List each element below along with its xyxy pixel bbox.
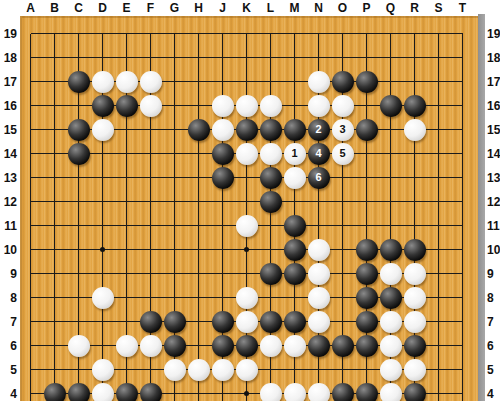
stone-black-L12[interactable]: [260, 191, 282, 213]
col-label-G: G: [166, 1, 184, 15]
row-label-right-4: 4: [487, 386, 500, 401]
row-label-right-16: 16: [487, 98, 500, 114]
stone-white-L6[interactable]: [260, 335, 282, 357]
stone-black-N6[interactable]: [308, 335, 330, 357]
stone-black-Q16[interactable]: [380, 95, 402, 117]
stone-black-G7[interactable]: [164, 311, 186, 333]
stone-white-L16[interactable]: [260, 95, 282, 117]
row-label-left-12: 12: [0, 194, 17, 210]
stone-white-Q7[interactable]: [380, 311, 402, 333]
row-label-left-17: 17: [0, 74, 17, 90]
row-label-right-9: 9: [487, 266, 500, 282]
stone-black-M15[interactable]: [284, 119, 306, 141]
stone-white-E6[interactable]: [116, 335, 138, 357]
stone-white-K14[interactable]: [236, 143, 258, 165]
stone-white-K7[interactable]: [236, 311, 258, 333]
move-number-label: 2: [315, 124, 321, 135]
stone-white-O15[interactable]: 3: [332, 119, 354, 141]
stone-white-D8[interactable]: [92, 287, 114, 309]
row-label-right-11: 11: [487, 218, 500, 234]
col-label-H: H: [190, 1, 208, 15]
move-number-label: 4: [315, 148, 321, 159]
stone-black-D16[interactable]: [92, 95, 114, 117]
row-label-right-13: 13: [487, 170, 500, 186]
stone-black-R6[interactable]: [404, 335, 426, 357]
stone-black-F7[interactable]: [140, 311, 162, 333]
stone-white-L14[interactable]: [260, 143, 282, 165]
stone-white-N8[interactable]: [308, 287, 330, 309]
row-label-left-6: 6: [0, 338, 17, 354]
stone-white-F6[interactable]: [140, 335, 162, 357]
stone-black-J7[interactable]: [212, 311, 234, 333]
stone-black-O17[interactable]: [332, 71, 354, 93]
stone-black-R16[interactable]: [404, 95, 426, 117]
stone-white-Q5[interactable]: [380, 359, 402, 381]
stone-black-H15[interactable]: [188, 119, 210, 141]
row-label-left-4: 4: [0, 386, 17, 401]
col-label-K: K: [238, 1, 256, 15]
move-number-label: 5: [339, 148, 345, 159]
col-label-S: S: [430, 1, 448, 15]
row-label-left-11: 11: [0, 218, 17, 234]
move-number-label: 6: [315, 172, 321, 183]
col-label-R: R: [406, 1, 424, 15]
col-label-D: D: [94, 1, 112, 15]
stone-black-L13[interactable]: [260, 167, 282, 189]
stone-black-F4[interactable]: [140, 383, 162, 401]
stone-black-E16[interactable]: [116, 95, 138, 117]
stone-black-B4[interactable]: [44, 383, 66, 401]
row-label-left-18: 18: [0, 50, 17, 66]
stone-black-P10[interactable]: [356, 239, 378, 261]
row-label-right-17: 17: [487, 74, 500, 90]
stone-white-C6[interactable]: [68, 335, 90, 357]
stone-black-P8[interactable]: [356, 287, 378, 309]
stone-black-J13[interactable]: [212, 167, 234, 189]
row-label-right-18: 18: [487, 50, 500, 66]
row-label-right-7: 7: [487, 314, 500, 330]
row-label-left-19: 19: [0, 26, 17, 42]
stone-white-J5[interactable]: [212, 359, 234, 381]
stone-white-E17[interactable]: [116, 71, 138, 93]
stone-white-N7[interactable]: [308, 311, 330, 333]
stone-black-P15[interactable]: [356, 119, 378, 141]
stone-black-O6[interactable]: [332, 335, 354, 357]
col-label-C: C: [70, 1, 88, 15]
stone-black-Q10[interactable]: [380, 239, 402, 261]
stone-white-M6[interactable]: [284, 335, 306, 357]
row-label-left-10: 10: [0, 242, 17, 258]
row-label-left-9: 9: [0, 266, 17, 282]
stone-white-K16[interactable]: [236, 95, 258, 117]
stone-white-M14[interactable]: 1: [284, 143, 306, 165]
row-label-left-16: 16: [0, 98, 17, 114]
stone-white-L4[interactable]: [260, 383, 282, 401]
stone-white-R5[interactable]: [404, 359, 426, 381]
row-label-left-8: 8: [0, 290, 17, 306]
col-label-B: B: [46, 1, 64, 15]
stone-white-M4[interactable]: [284, 383, 306, 401]
stone-black-O4[interactable]: [332, 383, 354, 401]
stone-white-N16[interactable]: [308, 95, 330, 117]
stone-black-Q8[interactable]: [380, 287, 402, 309]
col-label-E: E: [118, 1, 136, 15]
stone-black-P9[interactable]: [356, 263, 378, 285]
stone-black-C14[interactable]: [68, 143, 90, 165]
stone-white-D5[interactable]: [92, 359, 114, 381]
stone-white-J15[interactable]: [212, 119, 234, 141]
stone-white-K11[interactable]: [236, 215, 258, 237]
stone-black-M10[interactable]: [284, 239, 306, 261]
stone-black-C4[interactable]: [68, 383, 90, 401]
row-label-left-5: 5: [0, 362, 17, 378]
row-label-right-6: 6: [487, 338, 500, 354]
stone-black-L7[interactable]: [260, 311, 282, 333]
stone-black-J6[interactable]: [212, 335, 234, 357]
stone-black-M11[interactable]: [284, 215, 306, 237]
stone-white-F16[interactable]: [140, 95, 162, 117]
stone-black-C17[interactable]: [68, 71, 90, 93]
row-label-right-8: 8: [487, 290, 500, 306]
stone-black-L9[interactable]: [260, 263, 282, 285]
row-label-left-7: 7: [0, 314, 17, 330]
stone-black-J14[interactable]: [212, 143, 234, 165]
move-number-label: 1: [291, 148, 297, 159]
stone-white-D15[interactable]: [92, 119, 114, 141]
col-label-A: A: [22, 1, 40, 15]
stone-black-L15[interactable]: [260, 119, 282, 141]
stone-white-R7[interactable]: [404, 311, 426, 333]
stone-white-O16[interactable]: [332, 95, 354, 117]
stone-black-N15[interactable]: 2: [308, 119, 330, 141]
row-label-left-14: 14: [0, 146, 17, 162]
col-label-T: T: [454, 1, 472, 15]
row-label-right-15: 15: [487, 122, 500, 138]
stone-white-Q6[interactable]: [380, 335, 402, 357]
row-label-right-12: 12: [487, 194, 500, 210]
stone-black-K15[interactable]: [236, 119, 258, 141]
stone-black-P6[interactable]: [356, 335, 378, 357]
stone-white-D17[interactable]: [92, 71, 114, 93]
stone-black-G6[interactable]: [164, 335, 186, 357]
stone-white-F17[interactable]: [140, 71, 162, 93]
stone-black-P7[interactable]: [356, 311, 378, 333]
stone-black-N14[interactable]: 4: [308, 143, 330, 165]
stone-black-C15[interactable]: [68, 119, 90, 141]
stone-black-P17[interactable]: [356, 71, 378, 93]
stone-white-N9[interactable]: [308, 263, 330, 285]
col-label-F: F: [142, 1, 160, 15]
col-label-N: N: [310, 1, 328, 15]
row-label-right-14: 14: [487, 146, 500, 162]
move-number-label: 3: [339, 124, 345, 135]
col-label-O: O: [334, 1, 352, 15]
col-label-M: M: [286, 1, 304, 15]
stone-white-J16[interactable]: [212, 95, 234, 117]
stone-white-N4[interactable]: [308, 383, 330, 401]
row-label-right-19: 19: [487, 26, 500, 42]
stone-black-P4[interactable]: [356, 383, 378, 401]
stone-black-M9[interactable]: [284, 263, 306, 285]
row-label-left-15: 15: [0, 122, 17, 138]
col-label-J: J: [214, 1, 232, 15]
stone-white-G5[interactable]: [164, 359, 186, 381]
stones-layer: 246315: [20, 16, 478, 401]
stone-black-R10[interactable]: [404, 239, 426, 261]
stone-white-N10[interactable]: [308, 239, 330, 261]
row-label-right-5: 5: [487, 362, 500, 378]
stone-black-R4[interactable]: [404, 383, 426, 401]
board-right-edge-shadow: [478, 14, 485, 401]
stone-white-H5[interactable]: [188, 359, 210, 381]
col-label-Q: Q: [382, 1, 400, 15]
stone-white-Q4[interactable]: [380, 383, 402, 401]
stone-white-K8[interactable]: [236, 287, 258, 309]
col-label-L: L: [262, 1, 280, 15]
stone-black-N13[interactable]: 6: [308, 167, 330, 189]
stone-white-R9[interactable]: [404, 263, 426, 285]
stone-black-E4[interactable]: [116, 383, 138, 401]
row-label-right-10: 10: [487, 242, 500, 258]
col-label-P: P: [358, 1, 376, 15]
stone-white-D4[interactable]: [92, 383, 114, 401]
stone-black-K6[interactable]: [236, 335, 258, 357]
stone-white-O14[interactable]: 5: [332, 143, 354, 165]
row-label-left-13: 13: [0, 170, 17, 186]
stone-white-Q9[interactable]: [380, 263, 402, 285]
stone-black-M7[interactable]: [284, 311, 306, 333]
stone-white-K5[interactable]: [236, 359, 258, 381]
stone-white-M13[interactable]: [284, 167, 306, 189]
stone-white-R8[interactable]: [404, 287, 426, 309]
stone-white-N17[interactable]: [308, 71, 330, 93]
stone-white-R15[interactable]: [404, 119, 426, 141]
go-board-screen: 246315 ABCDEFGHJKLMNOPQRST 1919181817171…: [0, 0, 500, 401]
go-board[interactable]: 246315: [20, 16, 478, 401]
